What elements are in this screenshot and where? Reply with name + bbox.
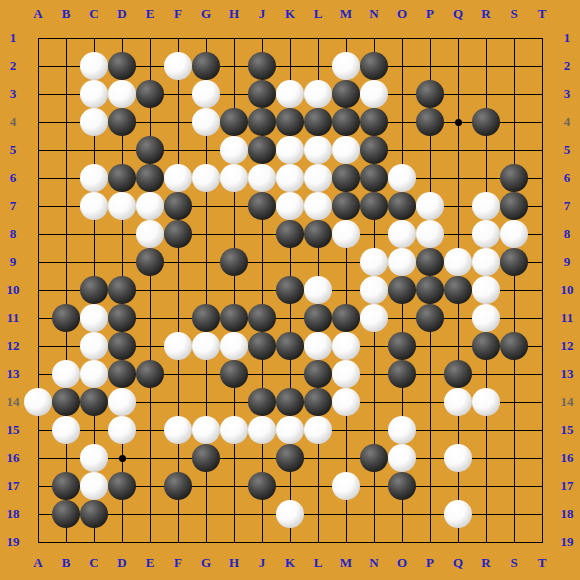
black-stone bbox=[360, 164, 388, 192]
row-label: 18 bbox=[554, 505, 580, 523]
black-stone bbox=[332, 108, 360, 136]
row-label: 11 bbox=[554, 309, 580, 327]
white-stone bbox=[472, 304, 500, 332]
black-stone bbox=[108, 108, 136, 136]
column-label: C bbox=[80, 554, 108, 572]
black-stone bbox=[304, 108, 332, 136]
black-stone bbox=[444, 360, 472, 388]
white-stone bbox=[220, 136, 248, 164]
white-stone bbox=[192, 164, 220, 192]
white-stone bbox=[52, 416, 80, 444]
white-stone bbox=[164, 164, 192, 192]
row-label: 17 bbox=[0, 477, 26, 495]
black-stone bbox=[220, 248, 248, 276]
column-label: R bbox=[472, 5, 500, 23]
white-stone bbox=[388, 248, 416, 276]
black-stone bbox=[136, 248, 164, 276]
column-label: K bbox=[276, 5, 304, 23]
black-stone bbox=[276, 276, 304, 304]
black-stone bbox=[108, 276, 136, 304]
white-stone bbox=[80, 444, 108, 472]
white-stone bbox=[332, 52, 360, 80]
white-stone bbox=[304, 332, 332, 360]
black-stone bbox=[332, 304, 360, 332]
black-stone bbox=[52, 500, 80, 528]
white-stone bbox=[80, 332, 108, 360]
row-label: 2 bbox=[554, 57, 580, 75]
white-stone bbox=[388, 416, 416, 444]
white-stone bbox=[332, 360, 360, 388]
column-label: N bbox=[360, 554, 388, 572]
row-label: 5 bbox=[0, 141, 26, 159]
row-label: 16 bbox=[0, 449, 26, 467]
black-stone bbox=[248, 472, 276, 500]
black-stone bbox=[248, 192, 276, 220]
row-label: 2 bbox=[0, 57, 26, 75]
black-stone bbox=[108, 52, 136, 80]
white-stone bbox=[136, 192, 164, 220]
black-stone bbox=[248, 332, 276, 360]
row-label: 1 bbox=[0, 29, 26, 47]
row-label: 3 bbox=[554, 85, 580, 103]
black-stone bbox=[248, 80, 276, 108]
white-stone bbox=[80, 164, 108, 192]
black-stone bbox=[108, 360, 136, 388]
row-label: 19 bbox=[0, 533, 26, 551]
white-stone bbox=[332, 220, 360, 248]
white-stone bbox=[332, 388, 360, 416]
black-stone bbox=[388, 472, 416, 500]
black-stone bbox=[220, 304, 248, 332]
black-stone bbox=[164, 472, 192, 500]
black-stone bbox=[248, 136, 276, 164]
black-stone bbox=[304, 304, 332, 332]
white-stone bbox=[500, 220, 528, 248]
white-stone bbox=[304, 416, 332, 444]
white-stone bbox=[360, 248, 388, 276]
row-label: 8 bbox=[554, 225, 580, 243]
black-stone bbox=[332, 80, 360, 108]
black-stone bbox=[80, 500, 108, 528]
black-stone bbox=[108, 332, 136, 360]
black-stone bbox=[500, 332, 528, 360]
black-stone bbox=[248, 304, 276, 332]
white-stone bbox=[388, 164, 416, 192]
white-stone bbox=[192, 416, 220, 444]
white-stone bbox=[108, 388, 136, 416]
white-stone bbox=[360, 304, 388, 332]
black-stone bbox=[360, 52, 388, 80]
white-stone bbox=[444, 248, 472, 276]
black-stone bbox=[192, 304, 220, 332]
white-stone bbox=[80, 360, 108, 388]
black-stone bbox=[136, 80, 164, 108]
row-label: 7 bbox=[0, 197, 26, 215]
column-label: P bbox=[416, 554, 444, 572]
column-label: S bbox=[500, 554, 528, 572]
column-label: T bbox=[528, 554, 556, 572]
white-stone bbox=[332, 136, 360, 164]
column-label: G bbox=[192, 5, 220, 23]
row-label: 16 bbox=[554, 449, 580, 467]
black-stone bbox=[248, 52, 276, 80]
star-point bbox=[455, 119, 462, 126]
black-stone bbox=[416, 108, 444, 136]
black-stone bbox=[444, 276, 472, 304]
row-label: 3 bbox=[0, 85, 26, 103]
grid-line-vertical bbox=[514, 38, 515, 543]
row-label: 8 bbox=[0, 225, 26, 243]
row-label: 19 bbox=[554, 533, 580, 551]
black-stone bbox=[472, 108, 500, 136]
star-point bbox=[119, 455, 126, 462]
black-stone bbox=[164, 220, 192, 248]
column-label: R bbox=[472, 554, 500, 572]
black-stone bbox=[164, 192, 192, 220]
black-stone bbox=[500, 192, 528, 220]
column-label: G bbox=[192, 554, 220, 572]
column-label: L bbox=[304, 5, 332, 23]
column-label: E bbox=[136, 554, 164, 572]
black-stone bbox=[136, 164, 164, 192]
row-label: 9 bbox=[0, 253, 26, 271]
white-stone bbox=[108, 416, 136, 444]
column-label: Q bbox=[444, 554, 472, 572]
black-stone bbox=[332, 164, 360, 192]
column-label: D bbox=[108, 5, 136, 23]
column-label: Q bbox=[444, 5, 472, 23]
grid-line-horizontal bbox=[38, 542, 543, 543]
column-label: B bbox=[52, 5, 80, 23]
white-stone bbox=[332, 332, 360, 360]
black-stone bbox=[108, 164, 136, 192]
black-stone bbox=[304, 360, 332, 388]
row-label: 4 bbox=[0, 113, 26, 131]
row-label: 10 bbox=[0, 281, 26, 299]
black-stone bbox=[136, 360, 164, 388]
white-stone bbox=[304, 80, 332, 108]
column-label: F bbox=[164, 554, 192, 572]
black-stone bbox=[192, 52, 220, 80]
row-label: 6 bbox=[0, 169, 26, 187]
column-label: H bbox=[220, 554, 248, 572]
white-stone bbox=[276, 192, 304, 220]
white-stone bbox=[192, 332, 220, 360]
black-stone bbox=[276, 332, 304, 360]
black-stone bbox=[52, 472, 80, 500]
black-stone bbox=[248, 108, 276, 136]
white-stone bbox=[444, 388, 472, 416]
black-stone bbox=[276, 108, 304, 136]
white-stone bbox=[192, 80, 220, 108]
black-stone bbox=[388, 332, 416, 360]
white-stone bbox=[304, 276, 332, 304]
white-stone bbox=[360, 276, 388, 304]
white-stone bbox=[248, 416, 276, 444]
white-stone bbox=[304, 164, 332, 192]
white-stone bbox=[80, 192, 108, 220]
black-stone bbox=[416, 248, 444, 276]
white-stone bbox=[388, 444, 416, 472]
black-stone bbox=[416, 304, 444, 332]
black-stone bbox=[108, 304, 136, 332]
column-label: K bbox=[276, 554, 304, 572]
white-stone bbox=[220, 164, 248, 192]
white-stone bbox=[472, 220, 500, 248]
go-board[interactable]: ABCDEFGHJKLMNOPQRST ABCDEFGHJKLMNOPQRST … bbox=[0, 0, 580, 580]
white-stone bbox=[360, 80, 388, 108]
column-label: H bbox=[220, 5, 248, 23]
row-label: 18 bbox=[0, 505, 26, 523]
black-stone bbox=[52, 304, 80, 332]
black-stone bbox=[360, 444, 388, 472]
column-label: J bbox=[248, 5, 276, 23]
white-stone bbox=[136, 220, 164, 248]
row-label: 7 bbox=[554, 197, 580, 215]
column-label: S bbox=[500, 5, 528, 23]
white-stone bbox=[444, 444, 472, 472]
white-stone bbox=[248, 164, 276, 192]
row-label: 6 bbox=[554, 169, 580, 187]
column-label: A bbox=[24, 554, 52, 572]
column-label: B bbox=[52, 554, 80, 572]
black-stone bbox=[80, 276, 108, 304]
black-stone bbox=[500, 164, 528, 192]
column-label: M bbox=[332, 5, 360, 23]
column-label: C bbox=[80, 5, 108, 23]
column-label: T bbox=[528, 5, 556, 23]
row-label: 14 bbox=[554, 393, 580, 411]
white-stone bbox=[192, 108, 220, 136]
black-stone bbox=[52, 388, 80, 416]
row-label: 13 bbox=[554, 365, 580, 383]
row-label: 15 bbox=[554, 421, 580, 439]
black-stone bbox=[416, 80, 444, 108]
white-stone bbox=[472, 276, 500, 304]
row-label: 12 bbox=[0, 337, 26, 355]
black-stone bbox=[276, 444, 304, 472]
row-label: 12 bbox=[554, 337, 580, 355]
black-stone bbox=[500, 248, 528, 276]
grid-line-vertical bbox=[542, 38, 543, 543]
white-stone bbox=[220, 416, 248, 444]
white-stone bbox=[472, 388, 500, 416]
row-label: 17 bbox=[554, 477, 580, 495]
white-stone bbox=[276, 416, 304, 444]
column-label: F bbox=[164, 5, 192, 23]
black-stone bbox=[304, 220, 332, 248]
white-stone bbox=[164, 332, 192, 360]
black-stone bbox=[276, 388, 304, 416]
black-stone bbox=[332, 192, 360, 220]
row-label: 11 bbox=[0, 309, 26, 327]
column-label: M bbox=[332, 554, 360, 572]
black-stone bbox=[108, 472, 136, 500]
black-stone bbox=[388, 360, 416, 388]
black-stone bbox=[416, 276, 444, 304]
white-stone bbox=[388, 220, 416, 248]
white-stone bbox=[304, 136, 332, 164]
white-stone bbox=[444, 500, 472, 528]
black-stone bbox=[220, 108, 248, 136]
column-label: E bbox=[136, 5, 164, 23]
white-stone bbox=[164, 416, 192, 444]
row-label: 15 bbox=[0, 421, 26, 439]
column-label: O bbox=[388, 5, 416, 23]
white-stone bbox=[80, 304, 108, 332]
column-label: D bbox=[108, 554, 136, 572]
white-stone bbox=[80, 472, 108, 500]
white-stone bbox=[220, 332, 248, 360]
black-stone bbox=[80, 388, 108, 416]
black-stone bbox=[388, 192, 416, 220]
white-stone bbox=[52, 360, 80, 388]
white-stone bbox=[332, 472, 360, 500]
white-stone bbox=[108, 192, 136, 220]
row-label: 10 bbox=[554, 281, 580, 299]
white-stone bbox=[416, 220, 444, 248]
black-stone bbox=[360, 192, 388, 220]
row-label: 9 bbox=[554, 253, 580, 271]
black-stone bbox=[304, 388, 332, 416]
black-stone bbox=[360, 108, 388, 136]
row-label: 5 bbox=[554, 141, 580, 159]
white-stone bbox=[276, 136, 304, 164]
white-stone bbox=[416, 192, 444, 220]
black-stone bbox=[472, 332, 500, 360]
white-stone bbox=[472, 192, 500, 220]
black-stone bbox=[220, 360, 248, 388]
black-stone bbox=[276, 220, 304, 248]
white-stone bbox=[80, 108, 108, 136]
white-stone bbox=[164, 52, 192, 80]
row-label: 4 bbox=[554, 113, 580, 131]
black-stone bbox=[248, 388, 276, 416]
white-stone bbox=[276, 500, 304, 528]
white-stone bbox=[24, 388, 52, 416]
row-label: 14 bbox=[0, 393, 26, 411]
column-label: N bbox=[360, 5, 388, 23]
black-stone bbox=[192, 444, 220, 472]
black-stone bbox=[388, 276, 416, 304]
black-stone bbox=[136, 136, 164, 164]
row-label: 1 bbox=[554, 29, 580, 47]
white-stone bbox=[276, 80, 304, 108]
column-label: P bbox=[416, 5, 444, 23]
white-stone bbox=[108, 80, 136, 108]
white-stone bbox=[304, 192, 332, 220]
column-label: J bbox=[248, 554, 276, 572]
white-stone bbox=[80, 80, 108, 108]
black-stone bbox=[360, 136, 388, 164]
row-label: 13 bbox=[0, 365, 26, 383]
column-label: O bbox=[388, 554, 416, 572]
white-stone bbox=[472, 248, 500, 276]
white-stone bbox=[276, 164, 304, 192]
white-stone bbox=[80, 52, 108, 80]
column-label: L bbox=[304, 554, 332, 572]
column-label: A bbox=[24, 5, 52, 23]
